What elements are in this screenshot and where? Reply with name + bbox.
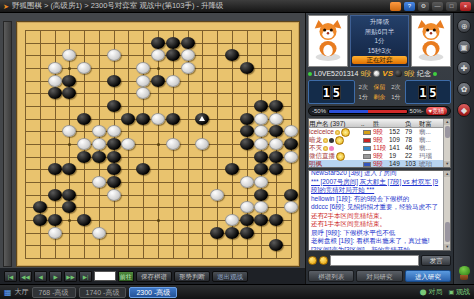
chat-message: *** [2007号房间] 灰大郡主 [7段] vs 村双军 [9段]的竞猜对局… xyxy=(311,178,441,195)
user-rank: 9段 xyxy=(373,160,389,168)
friends-icon[interactable]: ⊕ xyxy=(457,19,471,33)
board-tool-button[interactable]: 形势判断 xyxy=(174,271,210,282)
white-stone xyxy=(166,75,180,87)
col-wins[interactable]: 胜 xyxy=(373,119,405,127)
fox-go-client-window: ➤ 野狐围棋 > (高级房1) > 2300号对弈室 观战中(第103手) - … xyxy=(0,0,474,299)
white-stone xyxy=(48,62,62,74)
play-icon: ⬤ xyxy=(420,289,427,295)
chat-input-row: 发言 xyxy=(308,253,451,268)
star-point xyxy=(157,219,160,222)
clock-digit: 1 xyxy=(322,85,331,100)
taskbar: ▦ 大厅 768 -高级1740 -高级2300 -高级 ⬤ 对局 ▣ 观战 xyxy=(0,284,474,299)
user-flag xyxy=(361,162,373,167)
white-stone xyxy=(92,125,106,137)
white-stone xyxy=(107,49,121,61)
black-stone xyxy=(62,75,76,87)
bet-right-label: 50%- xyxy=(410,108,424,114)
black-stone xyxy=(225,227,239,239)
board-tool-button[interactable]: 退出观战 xyxy=(212,271,248,282)
settings-gear-icon[interactable]: ⚙ xyxy=(418,2,429,11)
emoticon-icon[interactable] xyxy=(308,256,317,265)
players-name-row: L0VE5201314 9段 VS 9段 纪念 xyxy=(308,68,451,79)
match-byoyomi: 15秒3次 xyxy=(352,47,407,56)
main-time-label: 剩余 xyxy=(374,93,386,102)
user-wins: 19 xyxy=(389,152,405,160)
black-stone xyxy=(107,75,121,87)
chat-messages: NewStar520 [3段] 进入了房间*** [2007号房间] 灰大郡主 … xyxy=(311,170,448,251)
user-losses: 78 xyxy=(405,136,419,144)
match-komi: 黑贴6目半 xyxy=(352,28,407,37)
user-flag xyxy=(361,146,373,151)
black-stone xyxy=(269,125,283,137)
user-wins: 149 xyxy=(389,160,405,168)
left-player-rank: 9段 xyxy=(360,69,371,79)
clock-center-info: 2次 保留 2次 1分 剩余 1分 xyxy=(357,80,403,104)
bet-progress-bar xyxy=(328,109,408,114)
lobby-button[interactable]: 大厅 xyxy=(15,287,29,297)
watch-icon: ▣ xyxy=(448,289,454,295)
user-table-scrollbar[interactable]: ▲▼ xyxy=(443,119,450,167)
right-player-rank: 9段 xyxy=(404,69,415,79)
chat-message: 晨呼 [9段]: 下假棋水平也不低 xyxy=(311,229,441,238)
white-stone xyxy=(48,75,62,87)
white-stone xyxy=(92,138,106,150)
black-stone xyxy=(136,163,150,175)
black-stone xyxy=(269,163,283,175)
user-wealth: 玛瑙 xyxy=(419,152,443,160)
match-status-badge: 正在对弈 xyxy=(352,56,407,64)
board-tool-button[interactable]: 保存棋谱 xyxy=(136,271,172,282)
white-stone xyxy=(151,49,165,61)
col-losses[interactable]: 负 xyxy=(405,119,419,127)
star-point xyxy=(68,67,71,70)
black-stone xyxy=(151,75,165,87)
black-stone xyxy=(121,113,135,125)
white-stone xyxy=(92,176,106,188)
black-stone xyxy=(77,214,91,226)
grid-line xyxy=(25,245,291,246)
chat-message: 老树盘根 [1段]: 看棋看出瘾来了，真过瘾! xyxy=(311,237,441,246)
move-nav-buttons: |◀◀◀◀▶▶▶▶| xyxy=(4,271,92,282)
right-online-dot xyxy=(433,72,437,76)
white-stone xyxy=(210,189,224,201)
user-table-body: iceiceice9段15279翡...暗龙9段10978翡...不灭11段14… xyxy=(309,128,450,168)
black-stone xyxy=(107,151,121,163)
room-tabs: 768 -高级1740 -高级2300 -高级 xyxy=(32,287,178,298)
white-stone xyxy=(240,201,254,213)
taskbar-right: ⬤ 对局 ▣ 观战 xyxy=(420,287,470,297)
table-row[interactable]: 暗龙9段10978翡... xyxy=(309,136,450,144)
user-losses: 103 xyxy=(405,160,419,168)
black-stone xyxy=(62,201,76,213)
chat-scrollbar[interactable]: ▲▼ xyxy=(443,171,450,250)
user-losses: 46 xyxy=(405,144,419,152)
black-stone xyxy=(62,189,76,201)
col-username[interactable]: 用户名 (397) xyxy=(309,119,361,127)
white-stone xyxy=(181,49,195,61)
chat-message: hellowin [1段]: 有的9段会下假棋的 xyxy=(311,195,441,204)
user-rank: 9段 xyxy=(373,128,389,136)
black-stone xyxy=(254,151,268,163)
white-stone xyxy=(48,227,62,239)
black-stone xyxy=(62,87,76,99)
clock-digit: 1 xyxy=(418,85,427,100)
white-stone xyxy=(77,138,91,150)
goto-move-button[interactable]: 前往 xyxy=(118,271,134,282)
black-stone xyxy=(240,113,254,125)
periods-label: 保留 xyxy=(374,83,386,92)
black-stone xyxy=(284,189,298,201)
board-toolbar: |◀◀◀◀▶▶▶▶| 前往 保存棋谱形势判断退出观战 xyxy=(0,268,305,284)
white-stone xyxy=(121,138,135,150)
clock-digit: 5 xyxy=(428,85,437,100)
left-player-avatar[interactable] xyxy=(308,15,348,67)
right-panel: 升降级 黑贴6目半 1分 15秒3次 正在对弈 xyxy=(305,13,474,284)
chat-text-input[interactable] xyxy=(330,255,419,266)
col-wealth[interactable]: 财富 xyxy=(419,119,443,127)
star-point xyxy=(157,67,160,70)
white-stone xyxy=(225,214,239,226)
medal-icon xyxy=(323,138,328,143)
black-stone xyxy=(254,214,268,226)
plant-decoration xyxy=(459,266,470,280)
minimize-button[interactable]: — xyxy=(432,2,443,11)
missions-icon[interactable]: ✚ xyxy=(457,61,471,75)
chat-message: [2区间]变为[3区间]，新的竞猜开始， xyxy=(311,246,441,252)
white-stone xyxy=(284,151,298,163)
star-point xyxy=(68,219,71,222)
black-stone xyxy=(240,125,254,137)
chat-panel: NewStar520 [3段] 进入了房间*** [2007号房间] 灰大郡主 … xyxy=(308,170,451,251)
players-area: 升降级 黑贴6目半 1分 15秒3次 正在对弈 xyxy=(308,15,451,67)
black-stone xyxy=(225,49,239,61)
white-stone xyxy=(136,62,150,74)
left-player-name[interactable]: L0VE5201314 xyxy=(314,70,358,77)
star-point xyxy=(157,143,160,146)
black-stone xyxy=(62,163,76,175)
white-stone xyxy=(62,125,76,137)
grid-line xyxy=(25,157,291,158)
grid-line xyxy=(25,258,291,259)
white-stone xyxy=(62,49,76,61)
col-flag[interactable]: .. xyxy=(361,119,373,127)
move-number-input[interactable] xyxy=(94,271,116,281)
black-stone xyxy=(92,151,106,163)
user-rank: 11段 xyxy=(373,144,389,152)
watch-status[interactable]: ▣ 观战 xyxy=(448,287,470,297)
bet-bar: -50% 50%- ♥竞猜 xyxy=(308,106,451,116)
clocks-row: 15 2次 保留 2次 1分 剩余 1分 15 xyxy=(308,80,451,104)
black-stone xyxy=(240,214,254,226)
left-player-clock: 15 xyxy=(308,80,355,104)
nav-button[interactable]: ▶ xyxy=(49,271,62,282)
table-row[interactable]: 明枫9段149103琥珀 xyxy=(309,160,450,168)
chat-message: 还有2手本区间竞猜结束。 xyxy=(311,212,441,221)
black-stone xyxy=(107,138,121,150)
user-flag xyxy=(361,154,373,159)
black-stone xyxy=(240,227,254,239)
match-type: 升降级 xyxy=(352,18,407,27)
black-stone-icon xyxy=(395,70,402,77)
user-name: 明枫 xyxy=(309,160,361,168)
shop-icon[interactable]: ✿ xyxy=(457,82,471,96)
panel-collapse-handle[interactable] xyxy=(3,21,12,267)
chat-message: NewStar520 [3段] 进入了房间 xyxy=(311,170,441,178)
bet-bar-white-side xyxy=(368,110,407,113)
black-stone xyxy=(48,189,62,201)
panel-tab[interactable]: 棋谱列表 xyxy=(308,270,354,282)
user-flag xyxy=(361,138,373,143)
white-stone xyxy=(254,138,268,150)
white-stone xyxy=(284,201,298,213)
white-stone xyxy=(254,176,268,188)
plant-leaves xyxy=(459,266,470,275)
black-stone xyxy=(210,227,224,239)
white-stone xyxy=(269,138,283,150)
clock-digit: 5 xyxy=(332,85,341,100)
black-stone xyxy=(33,201,47,213)
user-flag xyxy=(361,130,373,135)
window-title: 野狐围棋 > (高级房1) > 2300号对弈室 观战中(第103手) - 升降… xyxy=(12,1,387,11)
black-stone xyxy=(254,163,268,175)
black-stone xyxy=(48,87,62,99)
white-stone xyxy=(107,125,121,137)
nav-button[interactable]: |◀ xyxy=(4,271,17,282)
white-stone xyxy=(254,201,268,213)
room-tab[interactable]: 768 -高级 xyxy=(32,287,76,298)
left-periods: 2次 xyxy=(359,83,368,92)
close-button[interactable]: × xyxy=(460,2,471,11)
right-main-time: 1分 xyxy=(391,93,400,102)
left-online-dot xyxy=(308,72,312,76)
bet-bar-black-side xyxy=(329,110,368,113)
user-wins: 141 xyxy=(389,144,405,152)
medal-icon xyxy=(323,146,328,151)
user-rank: 9段 xyxy=(373,152,389,160)
right-player-name[interactable]: 纪念 xyxy=(417,69,431,79)
chat-message: ddccc [6段]: 见招拆招才重要，经验马虎不了 xyxy=(311,203,441,212)
panel-tab[interactable]: 对局研究 xyxy=(356,270,402,282)
black-stone xyxy=(136,113,150,125)
user-wealth: 翡... xyxy=(419,136,443,144)
dark-icon xyxy=(329,138,334,143)
star-point xyxy=(68,143,71,146)
board-area: |◀◀◀◀▶▶▶▶| 前往 保存棋谱形势判断退出观战 xyxy=(0,13,305,284)
title-bar: ➤ 野狐围棋 > (高级房1) > 2300号对弈室 观战中(第103手) - … xyxy=(0,0,474,13)
nav-button[interactable]: ▶▶ xyxy=(64,271,77,282)
white-stone xyxy=(136,75,150,87)
white-stone xyxy=(92,227,106,239)
right-periods: 2次 xyxy=(391,83,400,92)
nav-button[interactable]: ◀◀ xyxy=(19,271,32,282)
bet-left-label: -50% xyxy=(312,108,326,114)
black-stone xyxy=(254,189,268,201)
user-wealth: 翡... xyxy=(419,144,443,152)
side-icon-strip: ⊕▣✚✿◆ xyxy=(453,13,474,284)
vs-label: VS xyxy=(382,69,393,78)
black-stone xyxy=(107,100,121,112)
user-losses: 79 xyxy=(405,128,419,136)
black-stone xyxy=(181,37,195,49)
white-stone xyxy=(254,125,268,137)
room-tab[interactable]: 2300 -高级 xyxy=(129,287,177,298)
left-main-time: 1分 xyxy=(359,93,368,102)
fox-logo-icon[interactable] xyxy=(390,2,401,11)
play-status[interactable]: ⬤ 对局 xyxy=(420,287,443,297)
black-stone xyxy=(107,163,121,175)
last-move-marker xyxy=(199,116,205,121)
white-stone xyxy=(151,113,165,125)
grid-line xyxy=(217,30,218,258)
room-tab[interactable]: 1740 -高级 xyxy=(79,287,127,298)
black-stone xyxy=(33,214,47,226)
black-stone xyxy=(269,100,283,112)
user-wealth: 翡... xyxy=(419,128,443,136)
nav-button[interactable]: ▶| xyxy=(79,271,92,282)
white-stone xyxy=(269,113,283,125)
user-wins: 109 xyxy=(389,136,405,144)
black-stone xyxy=(240,62,254,74)
board-action-buttons: 保存棋谱形势判断退出观战 xyxy=(136,271,248,282)
black-stone xyxy=(48,163,62,175)
black-stone xyxy=(269,151,283,163)
black-stone xyxy=(166,37,180,49)
match-info-box: 升降级 黑贴6目半 1分 15秒3次 正在对弈 xyxy=(350,15,409,67)
match-main-time: 1分 xyxy=(352,37,407,46)
help-button[interactable]: ? xyxy=(404,2,415,11)
user-wealth: 琥珀 xyxy=(419,160,443,168)
black-stone xyxy=(77,151,91,163)
black-stone xyxy=(77,113,91,125)
right-player-avatar[interactable] xyxy=(411,15,451,67)
panel-tab-bar: 棋谱列表对局研究进入研究 xyxy=(308,268,451,282)
medal-icon xyxy=(335,130,340,135)
white-stone xyxy=(284,125,298,137)
black-stone xyxy=(269,214,283,226)
white-stone-icon xyxy=(373,70,380,77)
bet-button[interactable]: ♥竞猜 xyxy=(426,107,448,115)
app-arrow-icon: ➤ xyxy=(3,0,9,13)
white-stone xyxy=(77,62,91,74)
user-wins: 152 xyxy=(389,128,405,136)
bet-menu-icon[interactable]: ◆ xyxy=(457,103,471,117)
lobby-grid-icon: ▦ xyxy=(4,288,12,297)
white-stone xyxy=(195,138,209,150)
user-losses: 22 xyxy=(405,152,419,160)
go-board[interactable] xyxy=(16,21,300,267)
maximize-button[interactable]: □ xyxy=(446,2,457,11)
black-stone xyxy=(166,113,180,125)
white-stone xyxy=(166,138,180,150)
white-stone xyxy=(107,189,121,201)
white-stone xyxy=(136,87,150,99)
black-stone xyxy=(195,113,209,125)
female-icon xyxy=(329,146,334,151)
black-stone xyxy=(269,239,283,251)
plant-pot xyxy=(460,275,468,280)
user-table: 用户名 (397) .. 胜 负 财富 iceiceice9段15279翡...… xyxy=(308,118,451,168)
white-stone xyxy=(254,113,268,125)
white-stone xyxy=(181,62,195,74)
tv-icon[interactable]: ▣ xyxy=(457,40,471,54)
chat-message: 还有1手本区间竞猜结束。 xyxy=(311,220,441,229)
black-stone xyxy=(107,176,121,188)
panel-tab[interactable]: 进入研究 xyxy=(405,270,451,282)
nav-button[interactable]: ◀ xyxy=(34,271,47,282)
black-stone xyxy=(284,138,298,150)
table-row[interactable]: 微信直播9段1922玛瑙 xyxy=(309,152,450,160)
right-player-clock: 15 xyxy=(405,80,452,104)
black-stone xyxy=(240,138,254,150)
user-rank: 9段 xyxy=(373,136,389,144)
send-chat-button[interactable]: 发言 xyxy=(421,255,451,266)
black-stone xyxy=(225,163,239,175)
white-stone xyxy=(240,176,254,188)
emoticon-icon-2[interactable] xyxy=(319,256,328,265)
black-stone xyxy=(48,214,62,226)
black-stone xyxy=(151,37,165,49)
black-stone xyxy=(254,100,268,112)
black-stone xyxy=(166,49,180,61)
